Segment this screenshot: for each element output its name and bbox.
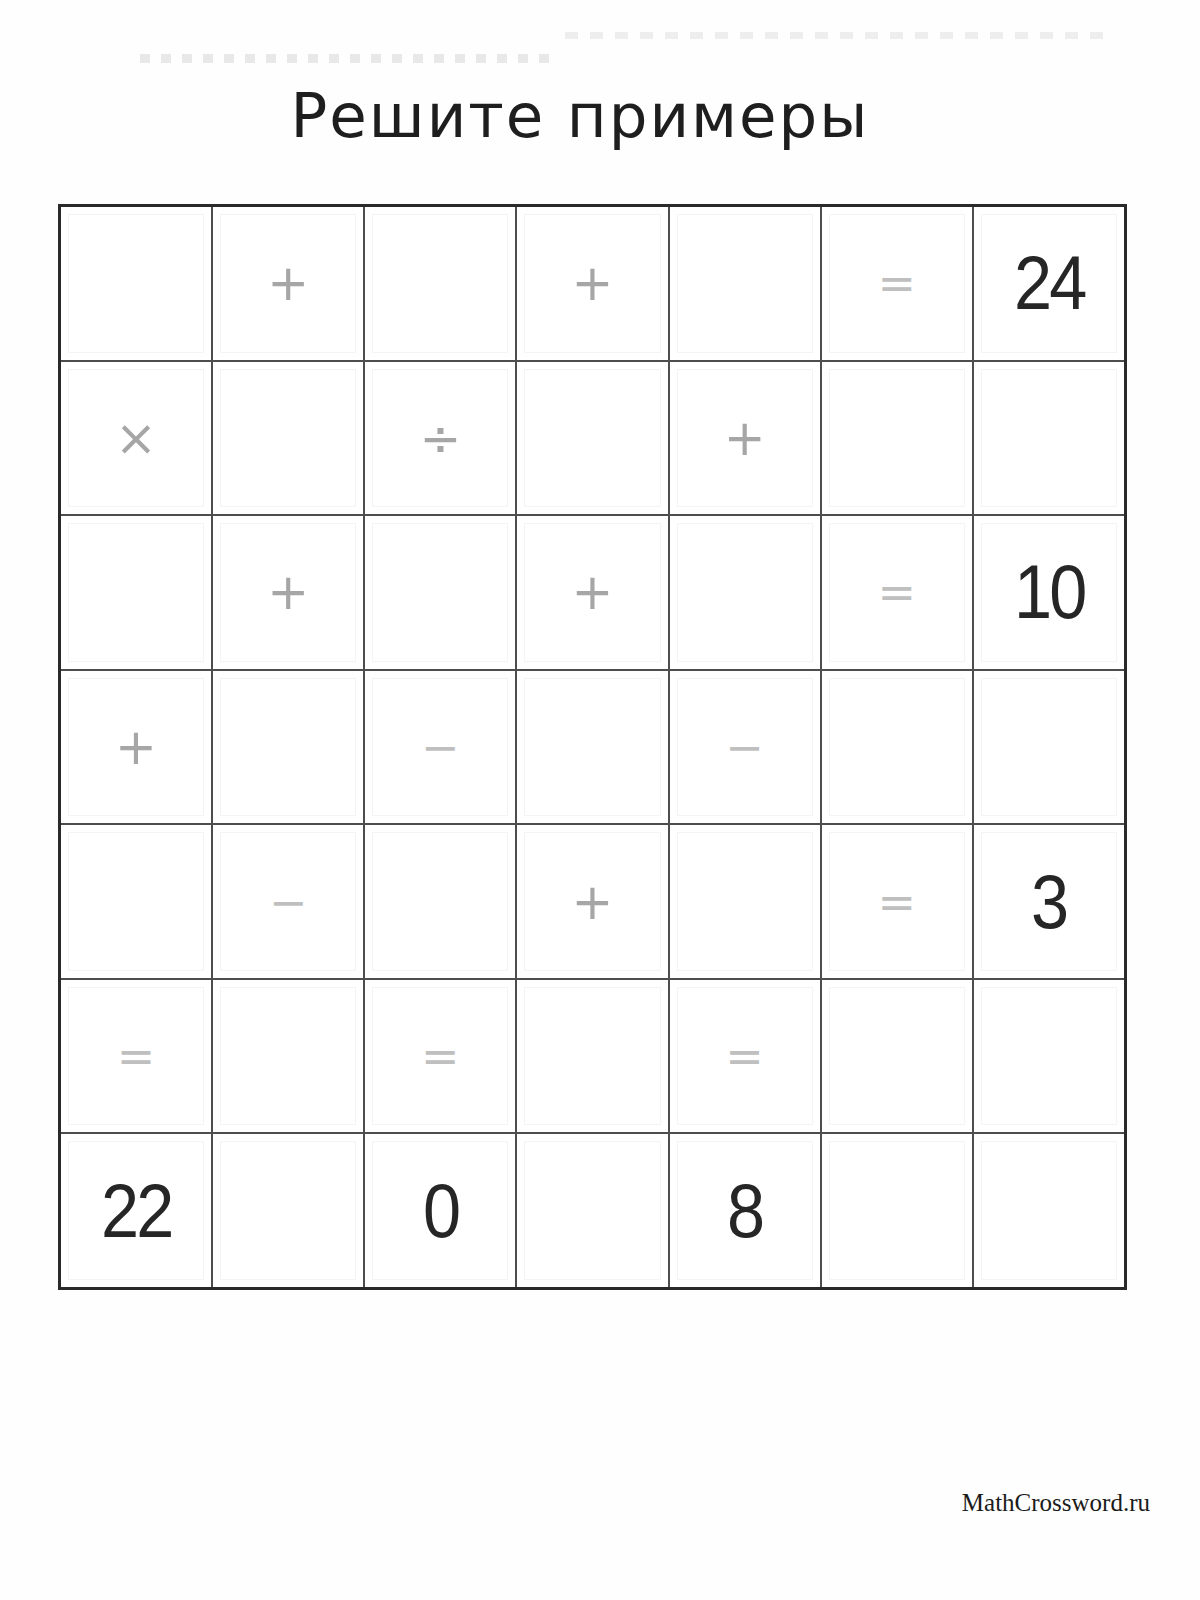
operator-glyph: − <box>725 724 764 770</box>
operator-glyph: = <box>878 879 917 925</box>
number-glyph: 24 <box>1014 245 1085 321</box>
empty-answer-cell[interactable] <box>517 1134 667 1287</box>
operator-glyph: = <box>725 1033 764 1079</box>
number-glyph: 22 <box>101 1173 172 1249</box>
number-glyph: 0 <box>423 1173 458 1249</box>
puzzle-grid: ++=24×÷+++=10+−−−+=3===2208 <box>58 204 1127 1290</box>
operator-glyph: + <box>267 258 309 308</box>
empty-answer-cell[interactable] <box>61 825 211 978</box>
operator-cell[interactable]: − <box>670 671 820 824</box>
operator-cell[interactable]: × <box>61 362 211 515</box>
empty-answer-cell[interactable] <box>213 980 363 1133</box>
number-glyph: 8 <box>727 1173 762 1249</box>
empty-answer-cell[interactable] <box>517 980 667 1133</box>
empty-answer-cell[interactable] <box>974 1134 1124 1287</box>
operator-glyph: + <box>724 413 766 463</box>
number-cell[interactable]: 10 <box>974 516 1124 669</box>
operator-glyph: + <box>572 877 614 927</box>
operator-cell[interactable]: + <box>61 671 211 824</box>
empty-answer-cell[interactable] <box>670 207 820 360</box>
operator-cell[interactable]: + <box>517 516 667 669</box>
operator-glyph: ÷ <box>419 413 461 463</box>
operator-cell[interactable]: + <box>517 207 667 360</box>
empty-answer-cell[interactable] <box>974 980 1124 1133</box>
operator-glyph: − <box>421 724 460 770</box>
empty-answer-cell[interactable] <box>974 362 1124 515</box>
operator-cell[interactable]: = <box>822 825 972 978</box>
operator-cell[interactable]: = <box>365 980 515 1133</box>
operator-glyph: = <box>878 260 917 306</box>
empty-answer-cell[interactable] <box>365 207 515 360</box>
empty-answer-cell[interactable] <box>213 362 363 515</box>
number-glyph: 10 <box>1014 554 1085 630</box>
empty-answer-cell[interactable] <box>365 516 515 669</box>
operator-cell[interactable]: = <box>822 516 972 669</box>
empty-answer-cell[interactable] <box>517 362 667 515</box>
operator-cell[interactable]: − <box>365 671 515 824</box>
operator-cell[interactable]: ÷ <box>365 362 515 515</box>
empty-answer-cell[interactable] <box>822 1134 972 1287</box>
empty-answer-cell[interactable] <box>61 516 211 669</box>
empty-answer-cell[interactable] <box>213 671 363 824</box>
empty-answer-cell[interactable] <box>670 516 820 669</box>
number-cell[interactable]: 3 <box>974 825 1124 978</box>
attribution-watermark: MathCrossword.ru <box>962 1489 1150 1517</box>
operator-cell[interactable]: + <box>517 825 667 978</box>
operator-glyph: = <box>421 1033 460 1079</box>
operator-cell[interactable]: − <box>213 825 363 978</box>
empty-answer-cell[interactable] <box>822 362 972 515</box>
empty-answer-cell[interactable] <box>61 207 211 360</box>
operator-glyph: + <box>115 722 157 772</box>
empty-answer-cell[interactable] <box>213 1134 363 1287</box>
empty-answer-cell[interactable] <box>365 825 515 978</box>
operator-glyph: + <box>572 258 614 308</box>
operator-cell[interactable]: + <box>213 516 363 669</box>
empty-answer-cell[interactable] <box>822 671 972 824</box>
operator-cell[interactable]: + <box>213 207 363 360</box>
empty-answer-cell[interactable] <box>974 671 1124 824</box>
empty-answer-cell[interactable] <box>822 980 972 1133</box>
number-cell[interactable]: 24 <box>974 207 1124 360</box>
number-cell[interactable]: 22 <box>61 1134 211 1287</box>
operator-cell[interactable]: = <box>670 980 820 1133</box>
empty-answer-cell[interactable] <box>517 671 667 824</box>
operator-glyph: + <box>572 567 614 617</box>
operator-glyph: × <box>115 413 157 463</box>
operator-cell[interactable]: = <box>61 980 211 1133</box>
number-cell[interactable]: 8 <box>670 1134 820 1287</box>
operator-glyph: = <box>117 1033 156 1079</box>
empty-answer-cell[interactable] <box>670 825 820 978</box>
scan-artifact <box>565 32 1110 39</box>
operator-glyph: = <box>878 569 917 615</box>
operator-glyph: + <box>267 567 309 617</box>
operator-cell[interactable]: = <box>822 207 972 360</box>
number-glyph: 3 <box>1031 864 1066 940</box>
worksheet-page: Решите примеры ++=24×÷+++=10+−−−+=3===22… <box>0 0 1200 1600</box>
page-title: Решите примеры <box>0 80 1160 151</box>
scan-artifact <box>140 54 560 63</box>
operator-cell[interactable]: + <box>670 362 820 515</box>
operator-glyph: − <box>269 879 308 925</box>
number-cell[interactable]: 0 <box>365 1134 515 1287</box>
